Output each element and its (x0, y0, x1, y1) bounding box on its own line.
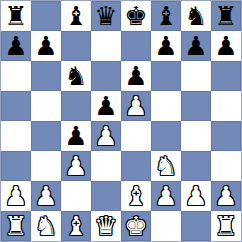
white-pawn-piece: ♟ (154, 181, 177, 211)
square-d5[interactable]: ♟ (91, 91, 121, 121)
square-c5[interactable] (61, 91, 91, 121)
square-f2[interactable]: ♟ (151, 181, 181, 211)
square-a1[interactable]: ♜ (1, 211, 31, 241)
square-e8[interactable]: ♚ (121, 1, 151, 31)
white-pawn-piece: ♟ (124, 91, 147, 121)
white-pawn-piece: ♟ (64, 151, 87, 181)
square-b7[interactable]: ♟ (31, 31, 61, 61)
white-pawn-piece: ♟ (184, 181, 207, 211)
square-c1[interactable]: ♝ (61, 211, 91, 241)
white-rook-piece: ♜ (214, 211, 237, 241)
square-a7[interactable]: ♟ (1, 31, 31, 61)
square-e1[interactable]: ♚ (121, 211, 151, 241)
square-b1[interactable]: ♞ (31, 211, 61, 241)
black-pawn-piece: ♟ (154, 31, 177, 61)
square-g1[interactable] (181, 211, 211, 241)
square-d7[interactable] (91, 31, 121, 61)
white-bishop-piece: ♝ (124, 181, 147, 211)
white-king-piece: ♚ (124, 211, 147, 241)
black-rook-piece: ♜ (4, 1, 27, 31)
black-bishop-piece: ♝ (154, 1, 177, 31)
black-pawn-piece: ♟ (184, 31, 207, 61)
black-pawn-piece: ♟ (214, 31, 237, 61)
square-h7[interactable]: ♟ (211, 31, 241, 61)
black-pawn-piece: ♟ (34, 31, 57, 61)
square-e4[interactable] (121, 121, 151, 151)
square-h6[interactable] (211, 61, 241, 91)
square-h2[interactable]: ♟ (211, 181, 241, 211)
square-b2[interactable]: ♟ (31, 181, 61, 211)
square-a4[interactable] (1, 121, 31, 151)
black-rook-piece: ♜ (214, 1, 237, 31)
square-g6[interactable] (181, 61, 211, 91)
black-bishop-piece: ♝ (64, 1, 87, 31)
square-g4[interactable] (181, 121, 211, 151)
square-g3[interactable] (181, 151, 211, 181)
square-c2[interactable] (61, 181, 91, 211)
square-b4[interactable] (31, 121, 61, 151)
square-e3[interactable] (121, 151, 151, 181)
black-king-piece: ♚ (124, 1, 147, 31)
square-g7[interactable]: ♟ (181, 31, 211, 61)
square-f5[interactable] (151, 91, 181, 121)
square-b6[interactable] (31, 61, 61, 91)
square-c7[interactable] (61, 31, 91, 61)
white-pawn-piece: ♟ (4, 181, 27, 211)
black-pawn-piece: ♟ (94, 91, 117, 121)
black-queen-piece: ♛ (94, 1, 117, 31)
white-pawn-piece: ♟ (214, 181, 237, 211)
square-g2[interactable]: ♟ (181, 181, 211, 211)
square-c6[interactable]: ♞ (61, 61, 91, 91)
square-h3[interactable] (211, 151, 241, 181)
black-knight-piece: ♞ (184, 1, 207, 31)
square-h1[interactable]: ♜ (211, 211, 241, 241)
square-b8[interactable] (31, 1, 61, 31)
square-a8[interactable]: ♜ (1, 1, 31, 31)
square-b3[interactable] (31, 151, 61, 181)
square-d8[interactable]: ♛ (91, 1, 121, 31)
square-c3[interactable]: ♟ (61, 151, 91, 181)
square-a3[interactable] (1, 151, 31, 181)
white-rook-piece: ♜ (4, 211, 27, 241)
black-pawn-piece: ♟ (124, 61, 147, 91)
square-e5[interactable]: ♟ (121, 91, 151, 121)
white-pawn-piece: ♟ (34, 181, 57, 211)
square-e7[interactable] (121, 31, 151, 61)
square-d3[interactable] (91, 151, 121, 181)
black-pawn-piece: ♟ (4, 31, 27, 61)
square-f7[interactable]: ♟ (151, 31, 181, 61)
square-a2[interactable]: ♟ (1, 181, 31, 211)
square-d4[interactable]: ♟ (91, 121, 121, 151)
square-d2[interactable] (91, 181, 121, 211)
white-bishop-piece: ♝ (64, 211, 87, 241)
square-h4[interactable] (211, 121, 241, 151)
chess-board: ♜♝♛♚♝♞♜♟♟♟♟♟♞♟♟♟♟♟♟♞♟♟♝♟♟♟♜♞♝♛♚♜ (0, 0, 242, 242)
white-pawn-piece: ♟ (94, 121, 117, 151)
square-b5[interactable] (31, 91, 61, 121)
square-f1[interactable] (151, 211, 181, 241)
square-f4[interactable] (151, 121, 181, 151)
square-h8[interactable]: ♜ (211, 1, 241, 31)
square-a6[interactable] (1, 61, 31, 91)
black-knight-piece: ♞ (64, 61, 87, 91)
square-d1[interactable]: ♛ (91, 211, 121, 241)
white-knight-piece: ♞ (154, 151, 177, 181)
square-h5[interactable] (211, 91, 241, 121)
black-pawn-piece: ♟ (64, 121, 87, 151)
square-e2[interactable]: ♝ (121, 181, 151, 211)
square-g8[interactable]: ♞ (181, 1, 211, 31)
square-c8[interactable]: ♝ (61, 1, 91, 31)
square-f8[interactable]: ♝ (151, 1, 181, 31)
white-queen-piece: ♛ (94, 211, 117, 241)
white-knight-piece: ♞ (34, 211, 57, 241)
square-g5[interactable] (181, 91, 211, 121)
square-f3[interactable]: ♞ (151, 151, 181, 181)
square-a5[interactable] (1, 91, 31, 121)
square-f6[interactable] (151, 61, 181, 91)
square-d6[interactable] (91, 61, 121, 91)
square-c4[interactable]: ♟ (61, 121, 91, 151)
square-e6[interactable]: ♟ (121, 61, 151, 91)
